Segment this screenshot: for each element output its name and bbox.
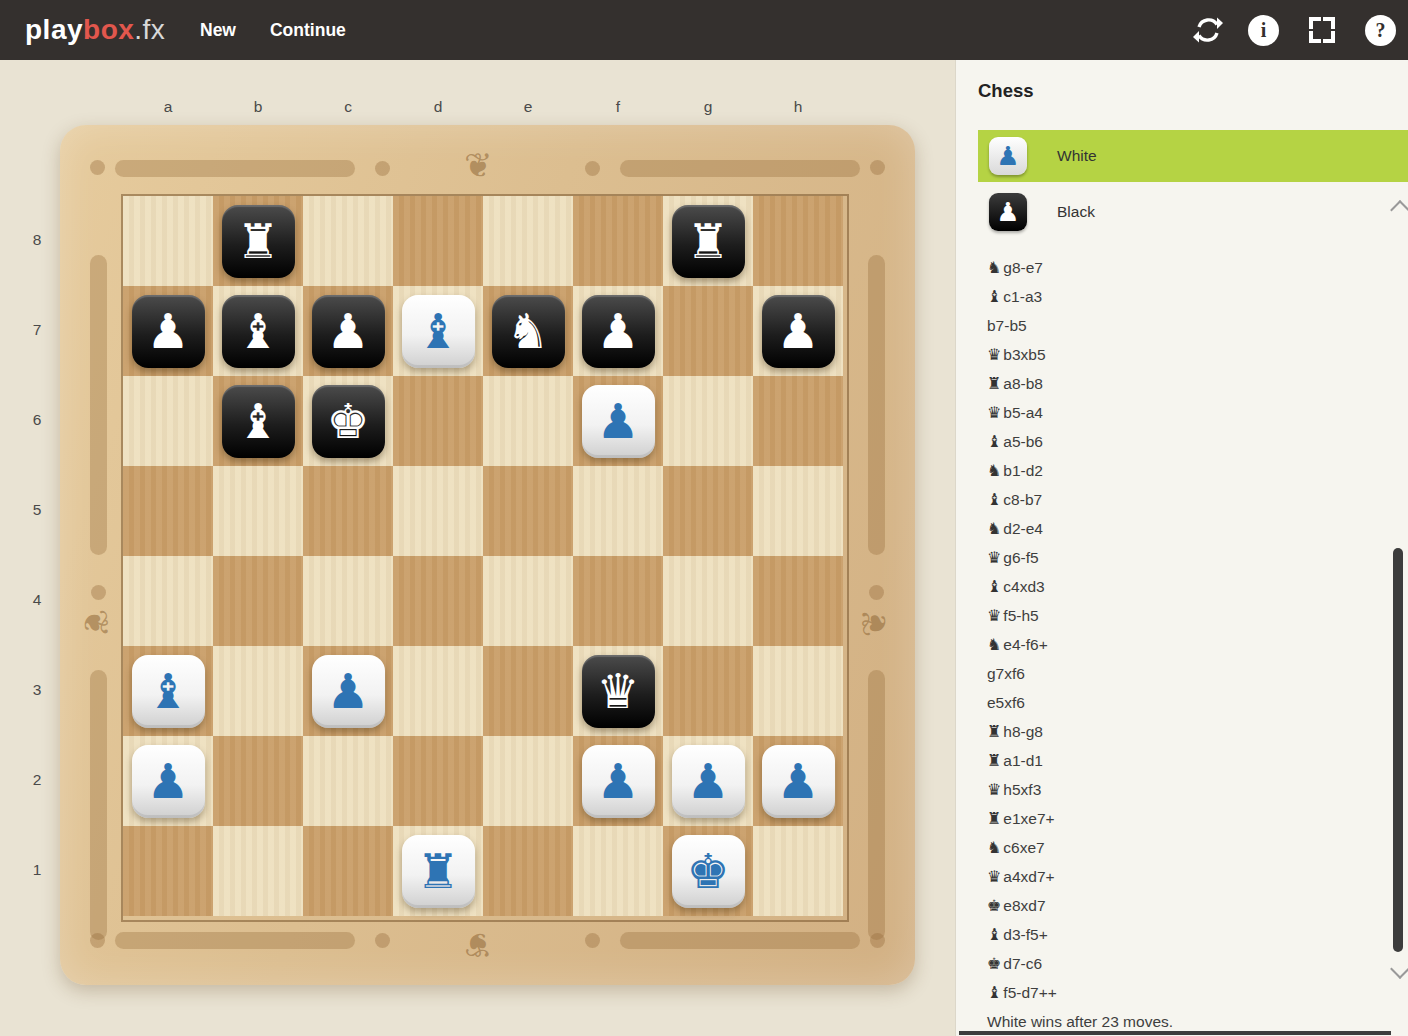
square-g7[interactable] xyxy=(663,286,753,376)
square-e2[interactable] xyxy=(483,736,573,826)
move-text: d2-e4 xyxy=(1003,520,1043,538)
square-a7[interactable]: ♟ xyxy=(123,286,213,376)
black-bishop-b6[interactable]: ♝ xyxy=(222,385,295,458)
knight-icon: ♞ xyxy=(987,635,1001,654)
black-queen-f3[interactable]: ♛ xyxy=(582,655,655,728)
square-b4[interactable] xyxy=(213,556,303,646)
square-c8[interactable] xyxy=(303,196,393,286)
panel-title: Chess xyxy=(978,80,1034,102)
rook-icon: ♜ xyxy=(987,374,1001,393)
rook-icon: ♜ xyxy=(987,809,1001,828)
white-bishop-a3[interactable]: ♝ xyxy=(132,655,205,728)
queen-icon: ♛ xyxy=(987,548,1001,567)
rook-icon: ♜ xyxy=(987,751,1001,770)
move-row-11[interactable]: ♛g6-f5 xyxy=(987,543,1347,572)
square-f4[interactable] xyxy=(573,556,663,646)
bishop-icon: ♝ xyxy=(987,287,1001,306)
square-g1[interactable]: ♚ xyxy=(663,826,753,916)
fullscreen-icon[interactable] xyxy=(1309,17,1335,43)
white-pawn-g2[interactable]: ♟ xyxy=(672,745,745,818)
black-pawn-h7[interactable]: ♟ xyxy=(762,295,835,368)
move-row-16[interactable]: e5xf6 xyxy=(987,688,1347,717)
square-a4[interactable] xyxy=(123,556,213,646)
square-e1[interactable] xyxy=(483,826,573,916)
square-g3[interactable] xyxy=(663,646,753,736)
square-c5[interactable] xyxy=(303,466,393,556)
frame-dot xyxy=(91,585,106,600)
file-label-a: a xyxy=(123,98,213,116)
logo-part-box: box xyxy=(83,14,134,46)
move-row-4[interactable]: ♛b3xb5 xyxy=(987,340,1347,369)
square-c4[interactable] xyxy=(303,556,393,646)
square-b7[interactable]: ♝ xyxy=(213,286,303,376)
square-c2[interactable] xyxy=(303,736,393,826)
square-h3[interactable] xyxy=(753,646,843,736)
move-row-26[interactable]: ♝f5-d7++ xyxy=(987,978,1347,1007)
app-logo[interactable]: playbox.fx xyxy=(25,0,165,60)
square-f3[interactable]: ♛ xyxy=(573,646,663,736)
rank-label-1: 1 xyxy=(27,861,47,879)
black-bishop-b7[interactable]: ♝ xyxy=(222,295,295,368)
black-pawn-a7[interactable]: ♟ xyxy=(132,295,205,368)
move-row-15[interactable]: g7xf6 xyxy=(987,659,1347,688)
frame-dot xyxy=(585,933,600,948)
move-text: g6-f5 xyxy=(1003,549,1038,567)
move-text: c8-b7 xyxy=(1003,491,1042,509)
move-text: b5-a4 xyxy=(1003,404,1043,422)
nav-new[interactable]: New xyxy=(200,20,236,41)
file-label-g: g xyxy=(663,98,753,116)
player-name-white: White xyxy=(1057,147,1097,165)
square-h2[interactable]: ♟ xyxy=(753,736,843,826)
square-a5[interactable] xyxy=(123,466,213,556)
bishop-icon: ♝ xyxy=(987,432,1001,451)
frame-groove xyxy=(90,255,107,555)
square-a8[interactable] xyxy=(123,196,213,286)
black-king-c6[interactable]: ♚ xyxy=(312,385,385,458)
square-d6[interactable] xyxy=(393,376,483,466)
square-d3[interactable] xyxy=(393,646,483,736)
move-text: f5-d7++ xyxy=(1003,984,1056,1002)
move-row-20[interactable]: ♜e1xe7+ xyxy=(987,804,1347,833)
black-pawn-tile-icon: ♟ xyxy=(989,193,1027,231)
rank-label-8: 8 xyxy=(27,231,47,249)
scrollbar-thumb[interactable] xyxy=(1393,548,1403,952)
move-text: g7xf6 xyxy=(987,665,1025,683)
frame-groove xyxy=(620,932,860,949)
square-d8[interactable] xyxy=(393,196,483,286)
chess-board: ♜♜♟♝♟♝♞♟♟♝♚♟♝♟♛♟♟♟♟♜♚ xyxy=(123,196,843,916)
frame-groove xyxy=(868,255,885,555)
logo-part-play: play xyxy=(25,14,83,46)
square-a3[interactable]: ♝ xyxy=(123,646,213,736)
square-h4[interactable] xyxy=(753,556,843,646)
main-nav: New Continue xyxy=(200,0,346,60)
move-row-17[interactable]: ♜h8-g8 xyxy=(987,717,1347,746)
bishop-icon: ♝ xyxy=(987,983,1001,1002)
bishop-icon: ♝ xyxy=(987,577,1001,596)
queen-icon: ♛ xyxy=(987,780,1001,799)
move-row-10[interactable]: ♞d2-e4 xyxy=(987,514,1347,543)
move-text: d3-f5+ xyxy=(1003,926,1047,944)
square-h5[interactable] xyxy=(753,466,843,556)
app-root: playbox.fx New Continue i ? abcdefgh xyxy=(0,0,1408,1036)
white-pawn-a2[interactable]: ♟ xyxy=(132,745,205,818)
player-name-black: Black xyxy=(1057,203,1095,221)
move-row-9[interactable]: ♝c8-b7 xyxy=(987,485,1347,514)
white-pawn-h2[interactable]: ♟ xyxy=(762,745,835,818)
square-e5[interactable] xyxy=(483,466,573,556)
black-rook-b8[interactable]: ♜ xyxy=(222,205,295,278)
square-g2[interactable]: ♟ xyxy=(663,736,753,826)
frame-dot xyxy=(90,933,105,948)
file-label-b: b xyxy=(213,98,303,116)
board-area: abcdefgh 87654321 ❦ ❦ ❦ ❦ xyxy=(0,60,955,1036)
knight-icon: ♞ xyxy=(987,461,1001,480)
frame-groove xyxy=(90,670,107,940)
move-row-3[interactable]: b7-b5 xyxy=(987,311,1347,340)
move-row-2[interactable]: ♝c1-a3 xyxy=(987,282,1347,311)
move-text: a8-b8 xyxy=(1003,375,1043,393)
frame-dot xyxy=(585,161,600,176)
move-row-14[interactable]: ♞e4-f6+ xyxy=(987,630,1347,659)
black-pawn-c7[interactable]: ♟ xyxy=(312,295,385,368)
refresh-icon[interactable] xyxy=(1192,14,1224,46)
square-g6[interactable] xyxy=(663,376,753,466)
info-icon[interactable]: i xyxy=(1248,15,1279,46)
square-f2[interactable]: ♟ xyxy=(573,736,663,826)
move-row-23[interactable]: ♚e8xd7 xyxy=(987,891,1347,920)
help-icon[interactable]: ? xyxy=(1365,15,1396,46)
move-text: a1-d1 xyxy=(1003,752,1043,770)
move-text: e1xe7+ xyxy=(1003,810,1054,828)
move-row-12[interactable]: ♝c4xd3 xyxy=(987,572,1347,601)
queen-icon: ♛ xyxy=(987,606,1001,625)
square-f5[interactable] xyxy=(573,466,663,556)
file-label-d: d xyxy=(393,98,483,116)
move-text: g8-e7 xyxy=(1003,259,1043,277)
move-text: e4-f6+ xyxy=(1003,636,1047,654)
rank-label-6: 6 xyxy=(27,411,47,429)
square-f7[interactable]: ♟ xyxy=(573,286,663,376)
square-b1[interactable] xyxy=(213,826,303,916)
move-row-1[interactable]: ♞g8-e7 xyxy=(987,253,1347,282)
frame-dot xyxy=(870,933,885,948)
square-b5[interactable] xyxy=(213,466,303,556)
move-list: ♞g8-e7♝c1-a3b7-b5♛b3xb5♜a8-b8♛b5-a4♝a5-b… xyxy=(987,253,1347,1036)
knight-icon: ♞ xyxy=(987,838,1001,857)
rank-label-7: 7 xyxy=(27,321,47,339)
move-text: c6xe7 xyxy=(1003,839,1044,857)
square-h6[interactable] xyxy=(753,376,843,466)
side-panel: Chess ♟ White ♟ Black ♞g8-e7♝c1-a3b7-b5♛… xyxy=(955,60,1408,1036)
move-text: d7-c6 xyxy=(1003,955,1042,973)
move-row-7[interactable]: ♝a5-b6 xyxy=(987,427,1347,456)
square-c7[interactable]: ♟ xyxy=(303,286,393,376)
square-d4[interactable] xyxy=(393,556,483,646)
move-row-8[interactable]: ♞b1-d2 xyxy=(987,456,1347,485)
frame-groove xyxy=(115,932,355,949)
white-king-g1[interactable]: ♚ xyxy=(672,835,745,908)
square-f6[interactable]: ♟ xyxy=(573,376,663,466)
board-frame: ❦ ❦ ❦ ❦ ♜♜♟♝♟♝♞♟♟♝♚♟♝♟♛♟♟♟♟♜♚ xyxy=(60,125,915,985)
frame-groove xyxy=(115,160,355,177)
square-b6[interactable]: ♝ xyxy=(213,376,303,466)
file-label-f: f xyxy=(573,98,663,116)
white-pawn-c3[interactable]: ♟ xyxy=(312,655,385,728)
frame-dot xyxy=(90,160,105,175)
frame-groove xyxy=(868,670,885,940)
white-rook-d1[interactable]: ♜ xyxy=(402,835,475,908)
nav-continue[interactable]: Continue xyxy=(270,20,346,41)
rank-label-4: 4 xyxy=(27,591,47,609)
square-c3[interactable]: ♟ xyxy=(303,646,393,736)
file-label-e: e xyxy=(483,98,573,116)
player-row-white[interactable]: ♟ White xyxy=(978,130,1408,182)
move-text: b3xb5 xyxy=(1003,346,1045,364)
square-b2[interactable] xyxy=(213,736,303,826)
rank-label-2: 2 xyxy=(27,771,47,789)
rook-icon: ♜ xyxy=(987,722,1001,741)
square-g8[interactable]: ♜ xyxy=(663,196,753,286)
move-row-22[interactable]: ♛a4xd7+ xyxy=(987,862,1347,891)
move-row-21[interactable]: ♞c6xe7 xyxy=(987,833,1347,862)
frame-groove xyxy=(620,160,860,177)
white-pawn-tile-icon: ♟ xyxy=(989,137,1027,175)
square-d1[interactable]: ♜ xyxy=(393,826,483,916)
square-g5[interactable] xyxy=(663,466,753,556)
square-d7[interactable]: ♝ xyxy=(393,286,483,376)
frame-ornament-left: ❦ xyxy=(76,609,116,638)
square-e3[interactable] xyxy=(483,646,573,736)
move-text: c1-a3 xyxy=(1003,288,1042,306)
rank-label-3: 3 xyxy=(27,681,47,699)
queen-icon: ♛ xyxy=(987,345,1001,364)
move-row-6[interactable]: ♛b5-a4 xyxy=(987,398,1347,427)
square-h1[interactable] xyxy=(753,826,843,916)
header-icons: i ? xyxy=(1192,0,1396,60)
header-bar: playbox.fx New Continue i ? xyxy=(0,0,1408,60)
square-f1[interactable] xyxy=(573,826,663,916)
square-b3[interactable] xyxy=(213,646,303,736)
move-row-18[interactable]: ♜a1-d1 xyxy=(987,746,1347,775)
frame-ornament-right: ❦ xyxy=(854,609,894,638)
move-text: e8xd7 xyxy=(1003,897,1045,915)
king-icon: ♚ xyxy=(987,954,1001,973)
white-pawn-f2[interactable]: ♟ xyxy=(582,745,655,818)
file-label-h: h xyxy=(753,98,843,116)
queen-icon: ♛ xyxy=(987,867,1001,886)
logo-part-fx: .fx xyxy=(134,14,165,46)
square-a2[interactable]: ♟ xyxy=(123,736,213,826)
move-text: a5-b6 xyxy=(1003,433,1043,451)
knight-icon: ♞ xyxy=(987,258,1001,277)
king-icon: ♚ xyxy=(987,896,1001,915)
move-text: h5xf3 xyxy=(1003,781,1041,799)
move-text: c4xd3 xyxy=(1003,578,1044,596)
square-c6[interactable]: ♚ xyxy=(303,376,393,466)
move-row-24[interactable]: ♝d3-f5+ xyxy=(987,920,1347,949)
move-row-19[interactable]: ♛h5xf3 xyxy=(987,775,1347,804)
square-e8[interactable] xyxy=(483,196,573,286)
bishop-icon: ♝ xyxy=(987,490,1001,509)
square-a1[interactable] xyxy=(123,826,213,916)
move-row-13[interactable]: ♛f5-h5 xyxy=(987,601,1347,630)
move-row-25[interactable]: ♚d7-c6 xyxy=(987,949,1347,978)
square-e6[interactable] xyxy=(483,376,573,466)
move-list-bottom-scrollbar[interactable] xyxy=(959,1031,1391,1035)
square-b8[interactable]: ♜ xyxy=(213,196,303,286)
square-a6[interactable] xyxy=(123,376,213,466)
player-row-black[interactable]: ♟ Black xyxy=(978,186,1408,238)
frame-dot xyxy=(869,585,884,600)
frame-dot xyxy=(375,933,390,948)
move-text: b1-d2 xyxy=(1003,462,1043,480)
black-pawn-f7[interactable]: ♟ xyxy=(582,295,655,368)
move-row-5[interactable]: ♜a8-b8 xyxy=(987,369,1347,398)
square-d5[interactable] xyxy=(393,466,483,556)
move-text: f5-h5 xyxy=(1003,607,1038,625)
frame-dot xyxy=(375,161,390,176)
white-bishop-d7[interactable]: ♝ xyxy=(402,295,475,368)
file-label-c: c xyxy=(303,98,393,116)
square-h7[interactable]: ♟ xyxy=(753,286,843,376)
rank-label-5: 5 xyxy=(27,501,47,519)
frame-dot xyxy=(870,160,885,175)
move-text: b7-b5 xyxy=(987,317,1027,335)
square-g4[interactable] xyxy=(663,556,753,646)
black-knight-e7[interactable]: ♞ xyxy=(492,295,565,368)
square-h8[interactable] xyxy=(753,196,843,286)
queen-icon: ♛ xyxy=(987,403,1001,422)
square-d2[interactable] xyxy=(393,736,483,826)
black-rook-g8[interactable]: ♜ xyxy=(672,205,745,278)
bishop-icon: ♝ xyxy=(987,925,1001,944)
white-pawn-f6[interactable]: ♟ xyxy=(582,385,655,458)
square-e7[interactable]: ♞ xyxy=(483,286,573,376)
frame-ornament-top: ❦ xyxy=(464,145,493,185)
square-f8[interactable] xyxy=(573,196,663,286)
move-text: h8-g8 xyxy=(1003,723,1043,741)
move-text: a4xd7+ xyxy=(1003,868,1054,886)
square-e4[interactable] xyxy=(483,556,573,646)
knight-icon: ♞ xyxy=(987,519,1001,538)
square-c1[interactable] xyxy=(303,826,393,916)
frame-ornament-bottom: ❦ xyxy=(464,925,493,965)
move-text: e5xf6 xyxy=(987,694,1025,712)
